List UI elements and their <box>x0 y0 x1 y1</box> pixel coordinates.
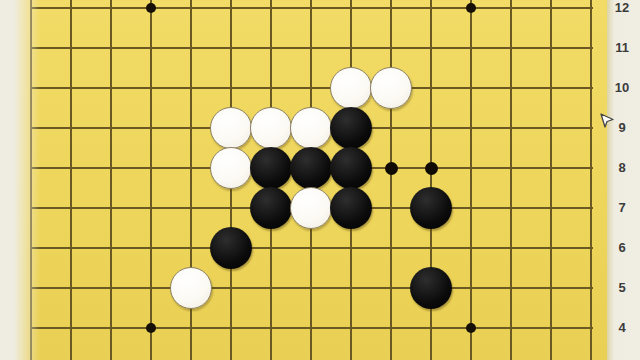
stone-black <box>330 187 372 229</box>
point-marker-dot <box>385 162 398 175</box>
row-coordinate-label: 12 <box>607 0 637 17</box>
row-coordinate-label: 5 <box>607 279 637 297</box>
stone-black <box>210 227 252 269</box>
stone-grid <box>11 0 611 348</box>
row-coordinate-label: 6 <box>607 239 637 257</box>
stone-black <box>250 187 292 229</box>
stone-white <box>250 107 292 149</box>
stone-black <box>410 267 452 309</box>
row-coordinate-label: 11 <box>607 39 637 57</box>
row-coordinate-label: 4 <box>607 319 637 337</box>
point-marker-dot <box>425 162 438 175</box>
row-coordinate-label: 7 <box>607 199 637 217</box>
stone-white <box>290 187 332 229</box>
stone-black <box>330 107 372 149</box>
stone-white <box>210 107 252 149</box>
stone-white <box>330 67 372 109</box>
screen: 121110987654 <box>0 0 640 360</box>
row-coordinate-label: 10 <box>607 79 637 97</box>
coordinate-strip: 121110987654 <box>607 0 640 360</box>
stone-white <box>170 267 212 309</box>
stone-white <box>290 107 332 149</box>
stone-black <box>410 187 452 229</box>
stone-white <box>370 67 412 109</box>
row-coordinate-label: 8 <box>607 159 637 177</box>
stone-black <box>290 147 332 189</box>
stone-white <box>210 147 252 189</box>
stone-black <box>250 147 292 189</box>
go-board[interactable] <box>14 0 607 360</box>
stone-black <box>330 147 372 189</box>
mouse-cursor-icon <box>599 111 616 129</box>
